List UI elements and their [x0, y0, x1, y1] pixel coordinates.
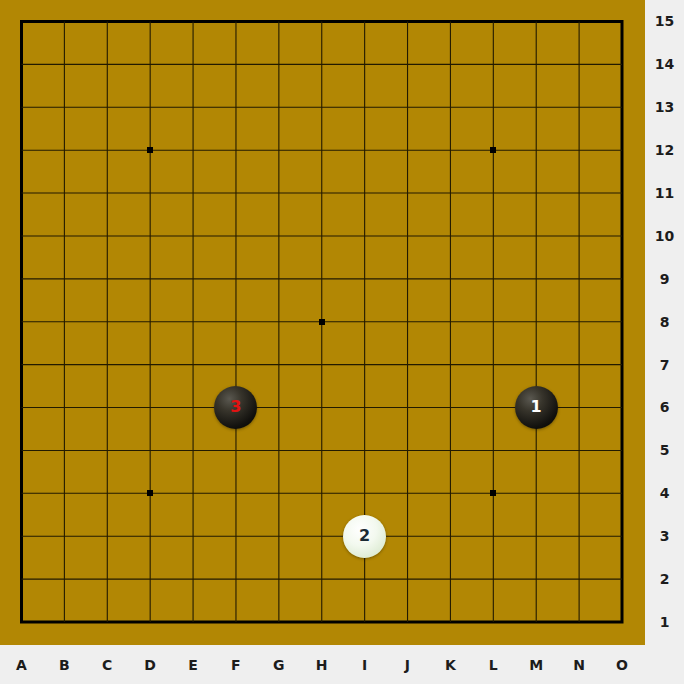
intersection-j9[interactable] — [386, 257, 429, 300]
intersection-h9[interactable] — [300, 257, 343, 300]
intersection-h4[interactable] — [300, 472, 343, 515]
intersection-i8[interactable] — [343, 300, 386, 343]
intersection-e13[interactable] — [172, 86, 215, 129]
intersection-i11[interactable] — [343, 172, 386, 215]
intersection-a13[interactable] — [0, 86, 43, 129]
intersection-a9[interactable] — [0, 257, 43, 300]
intersection-c11[interactable] — [86, 172, 129, 215]
intersection-m1[interactable] — [515, 600, 558, 643]
intersection-b11[interactable] — [43, 172, 86, 215]
intersection-a3[interactable] — [0, 515, 43, 558]
intersection-a6[interactable] — [0, 386, 43, 429]
intersection-o14[interactable] — [600, 43, 643, 86]
intersection-h12[interactable] — [300, 129, 343, 172]
intersection-l9[interactable] — [472, 257, 515, 300]
intersection-d14[interactable] — [129, 43, 172, 86]
column-label-g: G — [257, 645, 300, 684]
intersection-l4[interactable] — [472, 472, 515, 515]
hoshi-point-d4 — [147, 490, 153, 496]
board-intersections: 312 — [0, 0, 643, 643]
row-label-8: 8 — [645, 300, 684, 343]
column-label-i: I — [343, 645, 386, 684]
column-label-a: A — [0, 645, 43, 684]
intersection-a15[interactable] — [0, 0, 43, 43]
intersection-e1[interactable] — [172, 600, 215, 643]
intersection-n7[interactable] — [558, 343, 601, 386]
row-labels: 151413121110987654321 — [645, 0, 684, 643]
intersection-l1[interactable] — [472, 600, 515, 643]
intersection-b13[interactable] — [43, 86, 86, 129]
intersection-c3[interactable] — [86, 515, 129, 558]
intersection-f15[interactable] — [214, 0, 257, 43]
intersection-f7[interactable] — [214, 343, 257, 386]
intersection-o7[interactable] — [600, 343, 643, 386]
intersection-k12[interactable] — [429, 129, 472, 172]
intersection-k11[interactable] — [429, 172, 472, 215]
intersection-i6[interactable] — [343, 386, 386, 429]
intersection-b3[interactable] — [43, 515, 86, 558]
row-label-14: 14 — [645, 43, 684, 86]
intersection-f14[interactable] — [214, 43, 257, 86]
intersection-d6[interactable] — [129, 386, 172, 429]
intersection-o10[interactable] — [600, 214, 643, 257]
intersection-g14[interactable] — [257, 43, 300, 86]
intersection-k3[interactable] — [429, 515, 472, 558]
intersection-b5[interactable] — [43, 429, 86, 472]
move-number-label: 1 — [531, 399, 542, 415]
intersection-o1[interactable] — [600, 600, 643, 643]
intersection-h1[interactable] — [300, 600, 343, 643]
intersection-g3[interactable] — [257, 515, 300, 558]
intersection-f5[interactable] — [214, 429, 257, 472]
intersection-n6[interactable] — [558, 386, 601, 429]
intersection-e3[interactable] — [172, 515, 215, 558]
row-label-11: 11 — [645, 172, 684, 215]
intersection-c7[interactable] — [86, 343, 129, 386]
intersection-f8[interactable] — [214, 300, 257, 343]
intersection-f12[interactable] — [214, 129, 257, 172]
intersection-g2[interactable] — [257, 558, 300, 601]
intersection-o4[interactable] — [600, 472, 643, 515]
intersection-f9[interactable] — [214, 257, 257, 300]
intersection-f11[interactable] — [214, 172, 257, 215]
intersection-j11[interactable] — [386, 172, 429, 215]
intersection-k6[interactable] — [429, 386, 472, 429]
intersection-o3[interactable] — [600, 515, 643, 558]
intersection-i14[interactable] — [343, 43, 386, 86]
intersection-j14[interactable] — [386, 43, 429, 86]
intersection-h13[interactable] — [300, 86, 343, 129]
intersection-i10[interactable] — [343, 214, 386, 257]
intersection-e2[interactable] — [172, 558, 215, 601]
intersection-l13[interactable] — [472, 86, 515, 129]
intersection-m10[interactable] — [515, 214, 558, 257]
intersection-g1[interactable] — [257, 600, 300, 643]
intersection-b6[interactable] — [43, 386, 86, 429]
intersection-i4[interactable] — [343, 472, 386, 515]
intersection-d12[interactable] — [129, 129, 172, 172]
intersection-e7[interactable] — [172, 343, 215, 386]
intersection-n8[interactable] — [558, 300, 601, 343]
hoshi-point-h8 — [319, 319, 325, 325]
intersection-h7[interactable] — [300, 343, 343, 386]
intersection-a5[interactable] — [0, 429, 43, 472]
intersection-n15[interactable] — [558, 0, 601, 43]
intersection-j6[interactable] — [386, 386, 429, 429]
intersection-m15[interactable] — [515, 0, 558, 43]
intersection-j7[interactable] — [386, 343, 429, 386]
intersection-e8[interactable] — [172, 300, 215, 343]
intersection-i7[interactable] — [343, 343, 386, 386]
hoshi-point-d12 — [147, 147, 153, 153]
intersection-k8[interactable] — [429, 300, 472, 343]
intersection-b2[interactable] — [43, 558, 86, 601]
intersection-c12[interactable] — [86, 129, 129, 172]
intersection-n13[interactable] — [558, 86, 601, 129]
intersection-m8[interactable] — [515, 300, 558, 343]
intersection-j1[interactable] — [386, 600, 429, 643]
intersection-l3[interactable] — [472, 515, 515, 558]
intersection-c14[interactable] — [86, 43, 129, 86]
intersection-f4[interactable] — [214, 472, 257, 515]
row-label-13: 13 — [645, 86, 684, 129]
intersection-k5[interactable] — [429, 429, 472, 472]
intersection-d2[interactable] — [129, 558, 172, 601]
intersection-f2[interactable] — [214, 558, 257, 601]
row-label-12: 12 — [645, 129, 684, 172]
stone-white-move-2: 2 — [343, 515, 386, 558]
row-label-9: 9 — [645, 257, 684, 300]
intersection-e14[interactable] — [172, 43, 215, 86]
column-label-c: C — [86, 645, 129, 684]
intersection-j2[interactable] — [386, 558, 429, 601]
intersection-j10[interactable] — [386, 214, 429, 257]
intersection-o8[interactable] — [600, 300, 643, 343]
intersection-m14[interactable] — [515, 43, 558, 86]
intersection-o11[interactable] — [600, 172, 643, 215]
intersection-j5[interactable] — [386, 429, 429, 472]
intersection-a4[interactable] — [0, 472, 43, 515]
intersection-a11[interactable] — [0, 172, 43, 215]
intersection-f10[interactable] — [214, 214, 257, 257]
intersection-g11[interactable] — [257, 172, 300, 215]
intersection-d7[interactable] — [129, 343, 172, 386]
intersection-e10[interactable] — [172, 214, 215, 257]
intersection-n14[interactable] — [558, 43, 601, 86]
intersection-d13[interactable] — [129, 86, 172, 129]
intersection-h5[interactable] — [300, 429, 343, 472]
intersection-n3[interactable] — [558, 515, 601, 558]
intersection-a10[interactable] — [0, 214, 43, 257]
intersection-g9[interactable] — [257, 257, 300, 300]
intersection-h8[interactable] — [300, 300, 343, 343]
intersection-g7[interactable] — [257, 343, 300, 386]
intersection-a12[interactable] — [0, 129, 43, 172]
intersection-e9[interactable] — [172, 257, 215, 300]
intersection-m11[interactable] — [515, 172, 558, 215]
intersection-l12[interactable] — [472, 129, 515, 172]
row-label-2: 2 — [645, 558, 684, 601]
intersection-n2[interactable] — [558, 558, 601, 601]
intersection-g8[interactable] — [257, 300, 300, 343]
intersection-j3[interactable] — [386, 515, 429, 558]
intersection-h10[interactable] — [300, 214, 343, 257]
move-number-label: 3 — [230, 399, 241, 415]
go-board: 312 — [0, 0, 645, 645]
intersection-m12[interactable] — [515, 129, 558, 172]
intersection-l8[interactable] — [472, 300, 515, 343]
intersection-c2[interactable] — [86, 558, 129, 601]
intersection-c1[interactable] — [86, 600, 129, 643]
intersection-i1[interactable] — [343, 600, 386, 643]
intersection-e5[interactable] — [172, 429, 215, 472]
column-label-f: F — [214, 645, 257, 684]
intersection-a7[interactable] — [0, 343, 43, 386]
intersection-o13[interactable] — [600, 86, 643, 129]
intersection-n9[interactable] — [558, 257, 601, 300]
intersection-c4[interactable] — [86, 472, 129, 515]
intersection-m5[interactable] — [515, 429, 558, 472]
intersection-l7[interactable] — [472, 343, 515, 386]
intersection-l2[interactable] — [472, 558, 515, 601]
row-label-10: 10 — [645, 214, 684, 257]
intersection-o9[interactable] — [600, 257, 643, 300]
hoshi-point-l4 — [490, 490, 496, 496]
intersection-m9[interactable] — [515, 257, 558, 300]
intersection-a14[interactable] — [0, 43, 43, 86]
intersection-a1[interactable] — [0, 600, 43, 643]
intersection-d3[interactable] — [129, 515, 172, 558]
intersection-b10[interactable] — [43, 214, 86, 257]
intersection-n1[interactable] — [558, 600, 601, 643]
intersection-b15[interactable] — [43, 0, 86, 43]
row-label-4: 4 — [645, 472, 684, 515]
column-label-m: M — [515, 645, 558, 684]
intersection-n11[interactable] — [558, 172, 601, 215]
intersection-l11[interactable] — [472, 172, 515, 215]
intersection-k1[interactable] — [429, 600, 472, 643]
intersection-k15[interactable] — [429, 0, 472, 43]
row-label-5: 5 — [645, 429, 684, 472]
intersection-m13[interactable] — [515, 86, 558, 129]
intersection-l5[interactable] — [472, 429, 515, 472]
column-label-h: H — [300, 645, 343, 684]
intersection-o5[interactable] — [600, 429, 643, 472]
intersection-h11[interactable] — [300, 172, 343, 215]
intersection-f1[interactable] — [214, 600, 257, 643]
intersection-i3[interactable]: 2 — [343, 515, 386, 558]
intersection-g13[interactable] — [257, 86, 300, 129]
intersection-k7[interactable] — [429, 343, 472, 386]
intersection-b7[interactable] — [43, 343, 86, 386]
intersection-e4[interactable] — [172, 472, 215, 515]
intersection-h3[interactable] — [300, 515, 343, 558]
intersection-b8[interactable] — [43, 300, 86, 343]
intersection-b9[interactable] — [43, 257, 86, 300]
intersection-h15[interactable] — [300, 0, 343, 43]
column-label-e: E — [172, 645, 215, 684]
column-label-j: J — [386, 645, 429, 684]
intersection-e15[interactable] — [172, 0, 215, 43]
intersection-d1[interactable] — [129, 600, 172, 643]
intersection-c5[interactable] — [86, 429, 129, 472]
intersection-d9[interactable] — [129, 257, 172, 300]
intersection-d8[interactable] — [129, 300, 172, 343]
row-label-6: 6 — [645, 386, 684, 429]
intersection-g6[interactable] — [257, 386, 300, 429]
column-label-b: B — [43, 645, 86, 684]
intersection-o6[interactable] — [600, 386, 643, 429]
intersection-o12[interactable] — [600, 129, 643, 172]
intersection-d5[interactable] — [129, 429, 172, 472]
intersection-c6[interactable] — [86, 386, 129, 429]
intersection-c15[interactable] — [86, 0, 129, 43]
intersection-e12[interactable] — [172, 129, 215, 172]
intersection-g15[interactable] — [257, 0, 300, 43]
intersection-c10[interactable] — [86, 214, 129, 257]
intersection-l6[interactable] — [472, 386, 515, 429]
intersection-o15[interactable] — [600, 0, 643, 43]
intersection-h2[interactable] — [300, 558, 343, 601]
column-labels: ABCDEFGHIJKLMNO — [0, 645, 643, 684]
intersection-c9[interactable] — [86, 257, 129, 300]
intersection-m6[interactable]: 1 — [515, 386, 558, 429]
intersection-j12[interactable] — [386, 129, 429, 172]
intersection-g4[interactable] — [257, 472, 300, 515]
row-label-15: 15 — [645, 0, 684, 43]
intersection-c8[interactable] — [86, 300, 129, 343]
intersection-m7[interactable] — [515, 343, 558, 386]
intersection-j8[interactable] — [386, 300, 429, 343]
intersection-i12[interactable] — [343, 129, 386, 172]
row-label-1: 1 — [645, 600, 684, 643]
intersection-f3[interactable] — [214, 515, 257, 558]
intersection-f13[interactable] — [214, 86, 257, 129]
intersection-l15[interactable] — [472, 0, 515, 43]
intersection-b4[interactable] — [43, 472, 86, 515]
intersection-o2[interactable] — [600, 558, 643, 601]
intersection-m3[interactable] — [515, 515, 558, 558]
hoshi-point-l12 — [490, 147, 496, 153]
column-label-n: N — [558, 645, 601, 684]
column-label-d: D — [129, 645, 172, 684]
intersection-n10[interactable] — [558, 214, 601, 257]
intersection-k2[interactable] — [429, 558, 472, 601]
intersection-h6[interactable] — [300, 386, 343, 429]
intersection-k10[interactable] — [429, 214, 472, 257]
intersection-e6[interactable] — [172, 386, 215, 429]
intersection-j13[interactable] — [386, 86, 429, 129]
intersection-n5[interactable] — [558, 429, 601, 472]
stone-black-move-1: 1 — [515, 386, 558, 429]
intersection-l10[interactable] — [472, 214, 515, 257]
intersection-n4[interactable] — [558, 472, 601, 515]
intersection-i13[interactable] — [343, 86, 386, 129]
intersection-c13[interactable] — [86, 86, 129, 129]
intersection-g5[interactable] — [257, 429, 300, 472]
intersection-g10[interactable] — [257, 214, 300, 257]
intersection-j15[interactable] — [386, 0, 429, 43]
intersection-d15[interactable] — [129, 0, 172, 43]
intersection-e11[interactable] — [172, 172, 215, 215]
intersection-h14[interactable] — [300, 43, 343, 86]
intersection-g12[interactable] — [257, 129, 300, 172]
intersection-i5[interactable] — [343, 429, 386, 472]
intersection-k14[interactable] — [429, 43, 472, 86]
intersection-b12[interactable] — [43, 129, 86, 172]
intersection-n12[interactable] — [558, 129, 601, 172]
intersection-j4[interactable] — [386, 472, 429, 515]
row-label-3: 3 — [645, 515, 684, 558]
intersection-i2[interactable] — [343, 558, 386, 601]
intersection-b1[interactable] — [43, 600, 86, 643]
intersection-k13[interactable] — [429, 86, 472, 129]
intersection-d10[interactable] — [129, 214, 172, 257]
intersection-l14[interactable] — [472, 43, 515, 86]
column-label-o: O — [600, 645, 643, 684]
go-app-screenshot: 312 ABCDEFGHIJKLMNO 15141312111098765432… — [0, 0, 684, 684]
intersection-a2[interactable] — [0, 558, 43, 601]
intersection-i15[interactable] — [343, 0, 386, 43]
intersection-d11[interactable] — [129, 172, 172, 215]
intersection-f6[interactable]: 3 — [214, 386, 257, 429]
column-label-k: K — [429, 645, 472, 684]
stone-black-move-3: 3 — [214, 386, 257, 429]
move-number-label: 2 — [359, 528, 370, 544]
intersection-m4[interactable] — [515, 472, 558, 515]
intersection-i9[interactable] — [343, 257, 386, 300]
intersection-d4[interactable] — [129, 472, 172, 515]
row-label-7: 7 — [645, 343, 684, 386]
column-label-l: L — [472, 645, 515, 684]
intersection-k4[interactable] — [429, 472, 472, 515]
intersection-k9[interactable] — [429, 257, 472, 300]
intersection-b14[interactable] — [43, 43, 86, 86]
intersection-m2[interactable] — [515, 558, 558, 601]
intersection-a8[interactable] — [0, 300, 43, 343]
